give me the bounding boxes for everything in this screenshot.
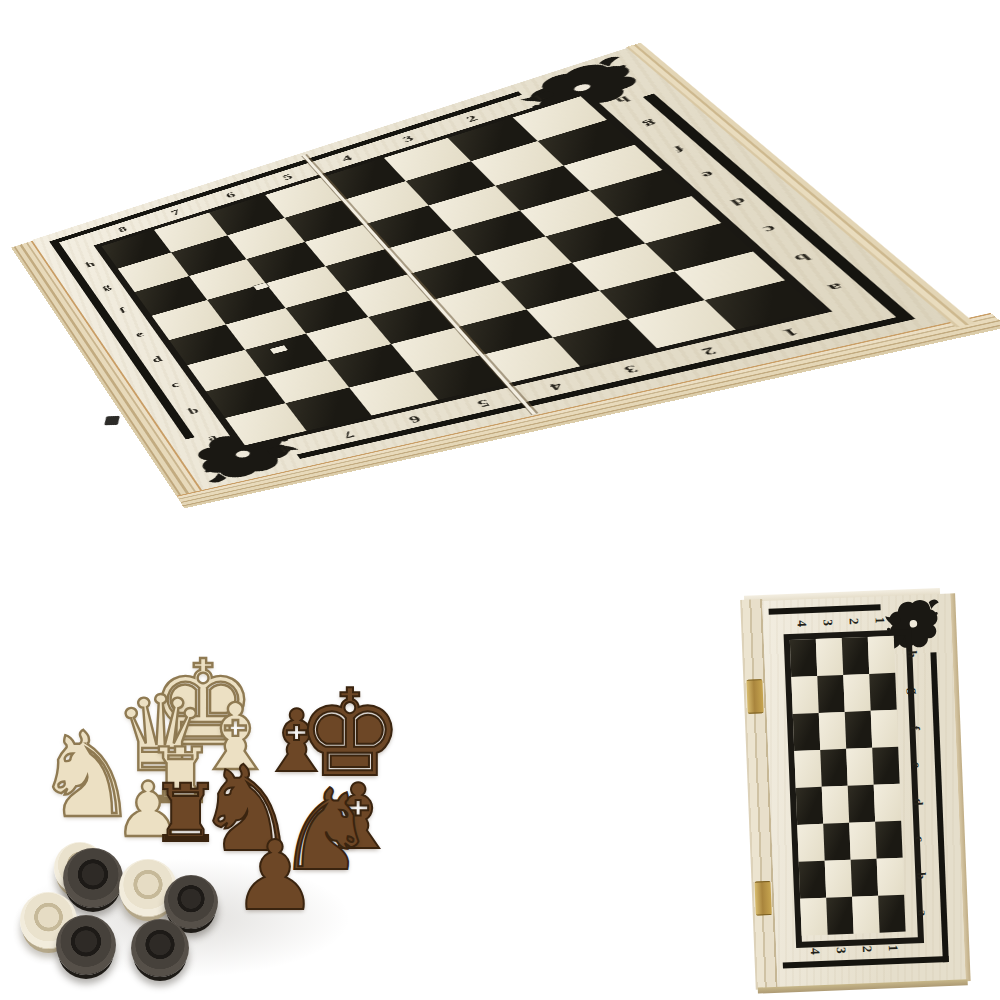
- outer-border-bar: [769, 604, 881, 614]
- coordinate-letter-right: e: [910, 761, 923, 767]
- square: [869, 673, 896, 711]
- square: [799, 861, 826, 899]
- square: [845, 711, 872, 749]
- product-photo-canvas: 8765432187654321hgfedcbahgfedcba ♚♛♝♜♞♟♝…: [0, 0, 1000, 1000]
- square: [852, 896, 879, 934]
- coordinate-letter-right: d: [912, 798, 925, 806]
- dark-checker-piece: [63, 848, 123, 908]
- coordinate-letter-right: a: [916, 909, 929, 916]
- coordinate-letter-left: g: [100, 282, 112, 291]
- coordinate-number-bottom: 2: [861, 946, 874, 953]
- coordinate-number-top: 6: [224, 190, 237, 199]
- square: [790, 639, 817, 677]
- brass-hinge: [754, 881, 771, 916]
- coordinate-letter-left: e: [133, 330, 145, 339]
- coordinate-number-bottom: 6: [407, 414, 424, 425]
- dark-checker-piece: [131, 919, 189, 977]
- open-board-face: 8765432187654321hgfedcbahgfedcba: [32, 48, 950, 490]
- dark-rook-piece: ♜: [150, 774, 222, 854]
- square: [817, 675, 844, 713]
- outer-border-bar: [930, 652, 948, 962]
- dark-pawn-piece: ♟: [232, 828, 318, 924]
- square: [793, 713, 820, 751]
- coordinate-number-top: 5: [280, 172, 294, 181]
- coordinate-number-bottom: 7: [341, 429, 357, 439]
- coordinate-letter-left: b: [186, 406, 201, 416]
- square: [842, 637, 869, 675]
- square: [794, 750, 821, 788]
- square: [796, 787, 823, 825]
- coordinate-number-bottom: 3: [621, 364, 640, 375]
- square: [820, 749, 847, 787]
- square: [875, 821, 902, 859]
- clasp-latch: [104, 416, 119, 425]
- coordinate-number-top: 4: [796, 620, 809, 627]
- square: [872, 747, 899, 785]
- coordinate-letter-right: a: [825, 282, 847, 294]
- square: [822, 786, 849, 824]
- square: [797, 824, 824, 862]
- coordinate-letter-left: f: [117, 306, 127, 314]
- square: [877, 858, 904, 896]
- brass-hinge: [746, 679, 763, 714]
- coordinate-letter-right: g: [907, 687, 920, 694]
- coordinate-letter-right: f: [671, 144, 686, 153]
- coordinate-letter-right: d: [728, 196, 749, 207]
- square: [823, 823, 850, 861]
- coordinate-number-bottom: 3: [835, 947, 848, 954]
- coordinate-number-top: 8: [116, 225, 128, 234]
- square: [826, 897, 853, 935]
- coordinate-letter-right: h: [906, 650, 919, 658]
- coordinate-number-bottom: 2: [699, 345, 719, 356]
- outer-border-bar: [783, 956, 949, 969]
- square: [849, 822, 876, 860]
- coordinate-number-top: 4: [339, 154, 354, 163]
- dark-checker-piece: [56, 915, 116, 975]
- folded-board-face: 43214321hgfedcba: [762, 594, 965, 991]
- square: [843, 674, 870, 712]
- pieces-pile: ♚♛♝♜♞♟♝♚♝♞♜♞♟: [18, 632, 398, 992]
- coordinate-letter-left: d: [150, 354, 164, 364]
- square: [851, 859, 878, 897]
- square: [878, 895, 905, 933]
- coordinate-number-bottom: 4: [547, 381, 565, 392]
- square: [800, 898, 827, 936]
- open-chessboard: 8765432187654321hgfedcbahgfedcba: [32, 48, 950, 490]
- coordinate-number-bottom: 1: [780, 326, 802, 338]
- coordinate-number-bottom: 5: [475, 398, 492, 409]
- folded-board: 43214321hgfedcba: [740, 587, 971, 991]
- coordinate-letter-right: g: [641, 119, 660, 129]
- coordinate-letter-right: c: [913, 835, 926, 841]
- coordinate-number-top: 3: [822, 619, 835, 626]
- square: [819, 712, 846, 750]
- coordinate-letter-right: f: [909, 725, 922, 730]
- coordinate-letter-right: c: [760, 224, 779, 235]
- coordinate-number-top: 2: [847, 618, 860, 625]
- coordinate-number-bottom: 1: [887, 945, 900, 952]
- coordinate-letter-left: c: [169, 380, 181, 389]
- coordinate-letter-right: b: [791, 252, 814, 264]
- coordinate-number-top: 2: [463, 114, 479, 124]
- coordinate-letter-left: h: [83, 259, 96, 268]
- square: [874, 784, 901, 822]
- square: [816, 638, 843, 676]
- coordinate-number-top: 3: [400, 134, 415, 143]
- coordinate-letter-right: b: [915, 872, 928, 880]
- coordinate-letter-right: e: [699, 170, 717, 180]
- folded-board-grid: [790, 636, 906, 936]
- square: [871, 710, 898, 748]
- square: [848, 785, 875, 823]
- square: [825, 860, 852, 898]
- square: [846, 748, 873, 786]
- square: [868, 636, 895, 674]
- coordinate-number-top: 7: [169, 208, 182, 217]
- coordinate-number-bottom: 4: [809, 948, 822, 955]
- coordinate-number-top: 1: [873, 617, 886, 624]
- square: [791, 676, 818, 714]
